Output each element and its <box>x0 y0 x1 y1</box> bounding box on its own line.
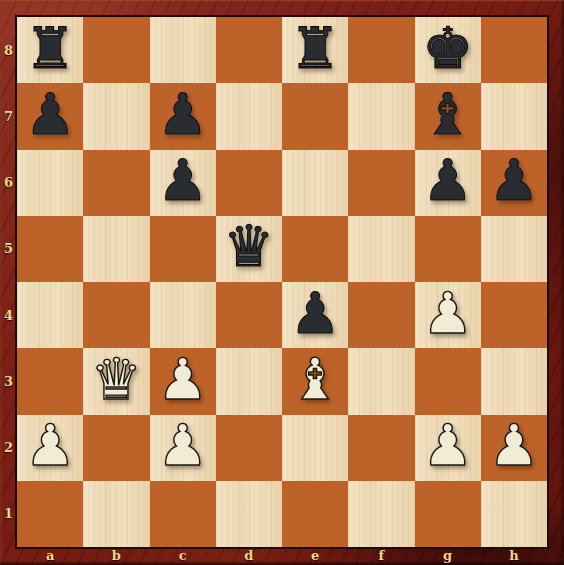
rank-label-4: 4 <box>0 282 17 348</box>
square-e4[interactable]: ♟ <box>282 282 348 348</box>
square-e3[interactable]: ♝ <box>282 348 348 414</box>
rank-label-3: 3 <box>0 348 17 414</box>
square-f5[interactable] <box>348 216 414 282</box>
square-h3[interactable] <box>481 348 547 414</box>
square-c2[interactable]: ♟ <box>150 415 216 481</box>
square-e2[interactable] <box>282 415 348 481</box>
square-g3[interactable] <box>415 348 481 414</box>
square-a4[interactable] <box>17 282 83 348</box>
square-h8[interactable] <box>481 17 547 83</box>
square-h4[interactable] <box>481 282 547 348</box>
square-c7[interactable]: ♟ <box>150 83 216 149</box>
file-label-c: c <box>150 547 216 565</box>
square-h6[interactable]: ♟ <box>481 150 547 216</box>
square-g4[interactable]: ♟ <box>415 282 481 348</box>
square-a7[interactable]: ♟ <box>17 83 83 149</box>
square-b6[interactable] <box>83 150 149 216</box>
white-pawn-h2[interactable]: ♟ <box>488 417 539 474</box>
square-a2[interactable]: ♟ <box>17 415 83 481</box>
square-g8[interactable]: ♚ <box>415 17 481 83</box>
square-d7[interactable] <box>216 83 282 149</box>
white-pawn-a2[interactable]: ♟ <box>25 417 76 474</box>
chess-board-frame: 87654321 abcdefgh ♜♜♚♟♟♝♟♟♟♛♟♟♛♟♝♟♟♟♟ <box>0 0 564 565</box>
square-b8[interactable] <box>83 17 149 83</box>
black-pawn-h6[interactable]: ♟ <box>488 152 539 209</box>
square-b1[interactable] <box>83 481 149 547</box>
white-queen-b3[interactable]: ♛ <box>91 351 142 408</box>
square-g7[interactable]: ♝ <box>415 83 481 149</box>
rank-label-6: 6 <box>0 150 17 216</box>
file-label-e: e <box>282 547 348 565</box>
square-f3[interactable] <box>348 348 414 414</box>
square-d6[interactable] <box>216 150 282 216</box>
square-g6[interactable]: ♟ <box>415 150 481 216</box>
file-label-b: b <box>83 547 149 565</box>
square-h2[interactable]: ♟ <box>481 415 547 481</box>
black-pawn-a7[interactable]: ♟ <box>25 86 76 143</box>
square-e1[interactable] <box>282 481 348 547</box>
black-pawn-c7[interactable]: ♟ <box>157 86 208 143</box>
square-f8[interactable] <box>348 17 414 83</box>
black-rook-e8[interactable]: ♜ <box>290 20 341 77</box>
square-c4[interactable] <box>150 282 216 348</box>
white-pawn-c3[interactable]: ♟ <box>157 351 208 408</box>
square-c6[interactable]: ♟ <box>150 150 216 216</box>
square-a8[interactable]: ♜ <box>17 17 83 83</box>
rank-label-2: 2 <box>0 415 17 481</box>
file-label-f: f <box>348 547 414 565</box>
square-b3[interactable]: ♛ <box>83 348 149 414</box>
file-labels: abcdefgh <box>17 547 547 565</box>
square-b4[interactable] <box>83 282 149 348</box>
black-bishop-g7[interactable]: ♝ <box>422 86 473 143</box>
black-king-g8[interactable]: ♚ <box>422 20 473 77</box>
black-queen-d5[interactable]: ♛ <box>223 218 274 275</box>
square-f1[interactable] <box>348 481 414 547</box>
rank-label-8: 8 <box>0 17 17 83</box>
white-pawn-c2[interactable]: ♟ <box>157 417 208 474</box>
square-d1[interactable] <box>216 481 282 547</box>
square-c3[interactable]: ♟ <box>150 348 216 414</box>
square-g1[interactable] <box>415 481 481 547</box>
black-pawn-e4[interactable]: ♟ <box>290 285 341 342</box>
white-bishop-e3[interactable]: ♝ <box>290 351 341 408</box>
square-c8[interactable] <box>150 17 216 83</box>
square-d2[interactable] <box>216 415 282 481</box>
file-label-g: g <box>415 547 481 565</box>
black-pawn-g6[interactable]: ♟ <box>422 152 473 209</box>
square-a6[interactable] <box>17 150 83 216</box>
square-a3[interactable] <box>17 348 83 414</box>
square-e7[interactable] <box>282 83 348 149</box>
file-label-h: h <box>481 547 547 565</box>
rank-label-7: 7 <box>0 83 17 149</box>
rank-labels: 87654321 <box>0 17 17 547</box>
white-pawn-g2[interactable]: ♟ <box>422 417 473 474</box>
square-h1[interactable] <box>481 481 547 547</box>
file-label-a: a <box>17 547 83 565</box>
square-c1[interactable] <box>150 481 216 547</box>
square-h5[interactable] <box>481 216 547 282</box>
square-a1[interactable] <box>17 481 83 547</box>
square-d5[interactable]: ♛ <box>216 216 282 282</box>
chess-board: ♜♜♚♟♟♝♟♟♟♛♟♟♛♟♝♟♟♟♟ <box>17 17 547 547</box>
square-d3[interactable] <box>216 348 282 414</box>
square-d4[interactable] <box>216 282 282 348</box>
square-f2[interactable] <box>348 415 414 481</box>
square-a5[interactable] <box>17 216 83 282</box>
square-e8[interactable]: ♜ <box>282 17 348 83</box>
square-e6[interactable] <box>282 150 348 216</box>
square-f4[interactable] <box>348 282 414 348</box>
square-b2[interactable] <box>83 415 149 481</box>
square-c5[interactable] <box>150 216 216 282</box>
square-b5[interactable] <box>83 216 149 282</box>
file-label-d: d <box>216 547 282 565</box>
square-f6[interactable] <box>348 150 414 216</box>
square-d8[interactable] <box>216 17 282 83</box>
black-pawn-c6[interactable]: ♟ <box>157 152 208 209</box>
rank-label-5: 5 <box>0 216 17 282</box>
square-g2[interactable]: ♟ <box>415 415 481 481</box>
square-f7[interactable] <box>348 83 414 149</box>
rank-label-1: 1 <box>0 481 17 547</box>
square-b7[interactable] <box>83 83 149 149</box>
square-h7[interactable] <box>481 83 547 149</box>
black-rook-a8[interactable]: ♜ <box>25 20 76 77</box>
white-pawn-g4[interactable]: ♟ <box>422 285 473 342</box>
square-g5[interactable] <box>415 216 481 282</box>
square-e5[interactable] <box>282 216 348 282</box>
